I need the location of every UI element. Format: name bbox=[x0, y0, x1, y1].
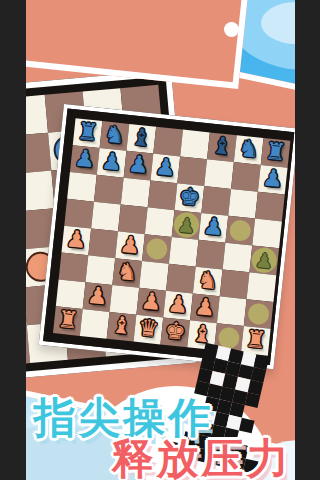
square-f4[interactable] bbox=[195, 240, 225, 270]
square-g2[interactable] bbox=[216, 296, 246, 326]
black-pawn[interactable]: ♟ bbox=[96, 147, 126, 177]
move-hint-dot[interactable] bbox=[247, 302, 270, 325]
chess-board[interactable]: ♜♞♝♝♞♜♟♟♟♟♟♚♟♟♟♟♟♞♞♟♟♟♟♜♝♛♚♝♜ bbox=[52, 118, 289, 355]
square-d4[interactable] bbox=[142, 234, 172, 264]
reversi-square bbox=[26, 133, 51, 174]
square-g3[interactable] bbox=[219, 269, 249, 299]
black-knight[interactable]: ♞ bbox=[233, 134, 263, 164]
square-a8[interactable]: ♜ bbox=[72, 118, 102, 148]
white-pawn[interactable]: ♟ bbox=[190, 293, 220, 323]
square-a4[interactable]: ♟ bbox=[61, 226, 91, 256]
square-e7[interactable] bbox=[177, 156, 207, 186]
square-e4[interactable] bbox=[168, 237, 198, 267]
square-f7[interactable] bbox=[204, 159, 234, 189]
white-pawn[interactable]: ♟ bbox=[163, 290, 193, 320]
square-f3[interactable]: ♞ bbox=[192, 267, 222, 297]
black-pawn[interactable]: ♟ bbox=[70, 144, 100, 174]
black-rook[interactable]: ♜ bbox=[72, 117, 102, 147]
black-bishop[interactable]: ♝ bbox=[207, 131, 237, 161]
square-g7[interactable] bbox=[231, 162, 261, 192]
square-b1[interactable] bbox=[79, 309, 109, 339]
white-rook[interactable]: ♜ bbox=[53, 305, 83, 335]
white-rook[interactable]: ♜ bbox=[241, 325, 271, 355]
reversi-square bbox=[26, 171, 55, 212]
square-e6[interactable]: ♚ bbox=[174, 183, 204, 213]
white-queen[interactable]: ♛ bbox=[133, 314, 163, 344]
square-b8[interactable]: ♞ bbox=[99, 121, 129, 151]
square-e8[interactable] bbox=[180, 130, 210, 160]
chess-card: ♜♞♝♝♞♜♟♟♟♟♟♚♟♟♟♟♟♞♞♟♟♟♟♜♝♛♚♝♜ bbox=[38, 104, 294, 369]
black-king[interactable]: ♚ bbox=[174, 182, 204, 212]
white-pawn[interactable]: ♟ bbox=[136, 287, 166, 317]
black-bishop[interactable]: ♝ bbox=[126, 123, 156, 153]
capturable-pawn: ♟ bbox=[172, 211, 199, 238]
square-e5[interactable]: ♟ bbox=[171, 210, 201, 240]
square-e3[interactable] bbox=[166, 264, 196, 294]
capturable-pawn: ♟ bbox=[250, 247, 277, 274]
square-h2[interactable] bbox=[243, 299, 273, 329]
square-a5[interactable] bbox=[64, 199, 94, 229]
square-c4[interactable]: ♟ bbox=[115, 231, 145, 261]
caption-line2: 释放压力 bbox=[112, 431, 292, 480]
square-d1[interactable]: ♛ bbox=[133, 315, 163, 345]
capture-hint[interactable]: ♟ bbox=[172, 211, 199, 238]
ad-screenshot: ♜♞♝♝♞♜♟♟♟♟♟♚♟♟♟♟♟♞♞♟♟♟♟♜♝♛♚♝♜ 指尖操作 释放压力 bbox=[26, 0, 295, 480]
white-pawn[interactable]: ♟ bbox=[115, 230, 145, 260]
square-c2[interactable] bbox=[109, 285, 139, 315]
square-a2[interactable] bbox=[55, 279, 85, 309]
square-f2[interactable]: ♟ bbox=[190, 294, 220, 324]
square-c5[interactable] bbox=[117, 204, 147, 234]
square-e2[interactable]: ♟ bbox=[163, 291, 193, 321]
square-g6[interactable] bbox=[228, 189, 258, 219]
square-h8[interactable]: ♜ bbox=[260, 138, 290, 168]
chess-board-frame: ♜♞♝♝♞♜♟♟♟♟♟♚♟♟♟♟♟♞♞♟♟♟♟♜♝♛♚♝♜ bbox=[43, 108, 294, 365]
square-g8[interactable]: ♞ bbox=[233, 135, 263, 165]
square-d3[interactable] bbox=[139, 261, 169, 291]
square-b5[interactable] bbox=[91, 202, 121, 232]
square-c6[interactable] bbox=[120, 178, 150, 208]
square-f6[interactable] bbox=[201, 186, 231, 216]
white-bishop[interactable]: ♝ bbox=[106, 311, 136, 341]
square-c1[interactable]: ♝ bbox=[106, 312, 136, 342]
square-f8[interactable]: ♝ bbox=[207, 132, 237, 162]
square-e1[interactable]: ♚ bbox=[160, 318, 190, 348]
square-h7[interactable]: ♟ bbox=[257, 165, 287, 195]
move-hint-dot[interactable] bbox=[145, 237, 168, 260]
square-b6[interactable] bbox=[93, 175, 123, 205]
move-hint-dot[interactable] bbox=[228, 219, 251, 242]
white-pawn[interactable]: ♟ bbox=[61, 225, 91, 255]
square-b2[interactable]: ♟ bbox=[82, 282, 112, 312]
white-pawn[interactable]: ♟ bbox=[82, 281, 112, 311]
square-h6[interactable] bbox=[255, 192, 285, 222]
square-c7[interactable]: ♟ bbox=[123, 151, 153, 181]
square-b4[interactable] bbox=[88, 229, 118, 259]
square-d6[interactable] bbox=[147, 180, 177, 210]
square-h5[interactable] bbox=[252, 219, 282, 249]
black-pawn[interactable]: ♟ bbox=[123, 150, 153, 180]
square-a6[interactable] bbox=[67, 172, 97, 202]
square-c8[interactable]: ♝ bbox=[126, 124, 156, 154]
square-c3[interactable]: ♞ bbox=[112, 258, 142, 288]
black-rook[interactable]: ♜ bbox=[260, 137, 290, 167]
square-g5[interactable] bbox=[225, 216, 255, 246]
square-d2[interactable]: ♟ bbox=[136, 288, 166, 318]
square-g4[interactable] bbox=[222, 243, 252, 273]
white-king[interactable]: ♚ bbox=[160, 317, 190, 347]
white-knight[interactable]: ♞ bbox=[112, 257, 142, 287]
square-b3[interactable] bbox=[85, 255, 115, 285]
square-a1[interactable]: ♜ bbox=[52, 306, 82, 336]
square-h3[interactable] bbox=[246, 272, 276, 302]
square-a7[interactable]: ♟ bbox=[69, 145, 99, 175]
square-h4[interactable]: ♟ bbox=[249, 245, 279, 275]
black-pawn[interactable]: ♟ bbox=[198, 212, 228, 242]
square-d7[interactable]: ♟ bbox=[150, 154, 180, 184]
card-notch bbox=[224, 22, 239, 37]
square-d8[interactable] bbox=[153, 127, 183, 157]
square-d5[interactable] bbox=[144, 207, 174, 237]
black-knight[interactable]: ♞ bbox=[99, 120, 129, 150]
capture-hint[interactable]: ♟ bbox=[250, 247, 277, 274]
square-a3[interactable] bbox=[58, 253, 88, 283]
square-b7[interactable]: ♟ bbox=[96, 148, 126, 178]
black-pawn[interactable]: ♟ bbox=[257, 164, 287, 194]
square-f5[interactable]: ♟ bbox=[198, 213, 228, 243]
black-pawn[interactable]: ♟ bbox=[150, 153, 180, 183]
white-knight[interactable]: ♞ bbox=[193, 266, 223, 296]
reversi-square bbox=[26, 95, 48, 136]
